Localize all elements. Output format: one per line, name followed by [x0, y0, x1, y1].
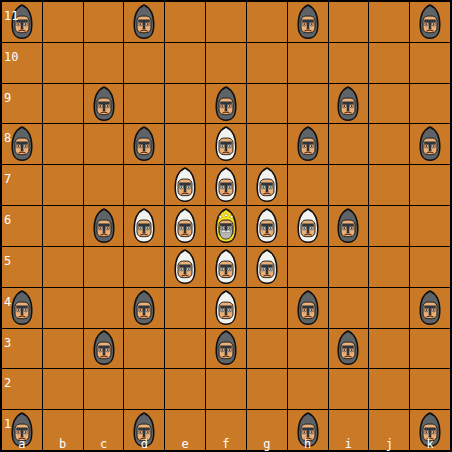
square-c3[interactable] — [84, 329, 124, 369]
attacker-piece[interactable] — [413, 124, 447, 163]
square-e4[interactable] — [165, 288, 205, 328]
square-j8[interactable] — [369, 124, 409, 164]
square-h2[interactable] — [288, 369, 328, 409]
square-d9[interactable] — [124, 84, 164, 124]
square-k3[interactable] — [410, 329, 450, 369]
rank-label-3: 3 — [4, 337, 11, 349]
square-h8[interactable] — [288, 124, 328, 164]
square-e1[interactable]: e — [165, 410, 205, 450]
square-j4[interactable] — [369, 288, 409, 328]
file-label-c: c — [100, 438, 107, 450]
square-j11[interactable] — [369, 2, 409, 42]
square-j7[interactable] — [369, 165, 409, 205]
attacker-piece[interactable] — [413, 2, 447, 41]
attacker-piece[interactable] — [331, 206, 365, 245]
square-d8[interactable] — [124, 124, 164, 164]
defender-piece[interactable] — [209, 124, 243, 163]
square-a7[interactable]: 7 — [2, 165, 42, 205]
square-c5[interactable] — [84, 247, 124, 287]
attacker-piece[interactable] — [87, 329, 121, 368]
square-f7[interactable] — [206, 165, 246, 205]
square-g11[interactable] — [247, 2, 287, 42]
square-k2[interactable] — [410, 369, 450, 409]
defender-piece[interactable] — [168, 247, 202, 286]
square-k5[interactable] — [410, 247, 450, 287]
square-a5[interactable]: 5 — [2, 247, 42, 287]
square-i4[interactable] — [329, 288, 369, 328]
square-i10[interactable] — [329, 43, 369, 83]
king-piece[interactable] — [209, 206, 243, 245]
attacker-piece[interactable] — [331, 329, 365, 368]
square-d2[interactable] — [124, 369, 164, 409]
square-a11[interactable]: 11 — [2, 2, 42, 42]
square-g1[interactable]: g — [247, 410, 287, 450]
square-g5[interactable] — [247, 247, 287, 287]
square-g2[interactable] — [247, 369, 287, 409]
attacker-piece[interactable] — [127, 124, 161, 163]
square-b7[interactable] — [43, 165, 83, 205]
attacker-piece[interactable] — [87, 206, 121, 245]
square-h1[interactable]: h — [288, 410, 328, 450]
square-h4[interactable] — [288, 288, 328, 328]
square-b10[interactable] — [43, 43, 83, 83]
defender-piece[interactable] — [250, 247, 284, 286]
square-b8[interactable] — [43, 124, 83, 164]
square-j5[interactable] — [369, 247, 409, 287]
attacker-piece[interactable] — [5, 410, 39, 449]
square-j9[interactable] — [369, 84, 409, 124]
square-h5[interactable] — [288, 247, 328, 287]
square-k9[interactable] — [410, 84, 450, 124]
square-c6[interactable] — [84, 206, 124, 246]
file-label-b: b — [59, 438, 66, 450]
attacker-piece[interactable] — [291, 410, 325, 449]
defender-piece[interactable] — [127, 206, 161, 245]
attacker-piece[interactable] — [413, 288, 447, 327]
square-e5[interactable] — [165, 247, 205, 287]
square-d11[interactable] — [124, 2, 164, 42]
square-j10[interactable] — [369, 43, 409, 83]
square-f3[interactable] — [206, 329, 246, 369]
square-i9[interactable] — [329, 84, 369, 124]
square-d5[interactable] — [124, 247, 164, 287]
attacker-piece[interactable] — [331, 84, 365, 123]
square-a10[interactable]: 10 — [2, 43, 42, 83]
square-h10[interactable] — [288, 43, 328, 83]
square-k4[interactable] — [410, 288, 450, 328]
square-i8[interactable] — [329, 124, 369, 164]
square-f2[interactable] — [206, 369, 246, 409]
square-g4[interactable] — [247, 288, 287, 328]
file-label-g: g — [263, 438, 270, 450]
square-a1[interactable]: 1a — [2, 410, 42, 450]
square-f10[interactable] — [206, 43, 246, 83]
square-j6[interactable] — [369, 206, 409, 246]
attacker-piece[interactable] — [5, 2, 39, 41]
rank-label-2: 2 — [4, 377, 11, 389]
square-f8[interactable] — [206, 124, 246, 164]
square-f6[interactable] — [206, 206, 246, 246]
square-d7[interactable] — [124, 165, 164, 205]
square-e11[interactable] — [165, 2, 205, 42]
square-j3[interactable] — [369, 329, 409, 369]
square-k7[interactable] — [410, 165, 450, 205]
attacker-piece[interactable] — [291, 124, 325, 163]
file-label-j: j — [386, 438, 393, 450]
square-d4[interactable] — [124, 288, 164, 328]
defender-piece[interactable] — [168, 206, 202, 245]
attacker-piece[interactable] — [127, 288, 161, 327]
square-i6[interactable] — [329, 206, 369, 246]
square-c11[interactable] — [84, 2, 124, 42]
file-label-f: f — [222, 438, 229, 450]
square-k11[interactable] — [410, 2, 450, 42]
square-b11[interactable] — [43, 2, 83, 42]
square-c10[interactable] — [84, 43, 124, 83]
square-h6[interactable] — [288, 206, 328, 246]
square-g3[interactable] — [247, 329, 287, 369]
square-e8[interactable] — [165, 124, 205, 164]
square-a3[interactable]: 3 — [2, 329, 42, 369]
attacker-piece[interactable] — [127, 410, 161, 449]
defender-piece[interactable] — [291, 206, 325, 245]
rank-label-6: 6 — [4, 214, 11, 226]
square-i2[interactable] — [329, 369, 369, 409]
square-j1[interactable]: j — [369, 410, 409, 450]
square-k6[interactable] — [410, 206, 450, 246]
square-b4[interactable] — [43, 288, 83, 328]
square-e10[interactable] — [165, 43, 205, 83]
square-d6[interactable] — [124, 206, 164, 246]
square-e2[interactable] — [165, 369, 205, 409]
rank-label-5: 5 — [4, 255, 11, 267]
square-g9[interactable] — [247, 84, 287, 124]
square-h7[interactable] — [288, 165, 328, 205]
square-f9[interactable] — [206, 84, 246, 124]
attacker-piece[interactable] — [87, 84, 121, 123]
hnefatafl-board: 1110987654321abcdefghijk — [0, 0, 452, 452]
attacker-piece[interactable] — [209, 329, 243, 368]
attacker-piece[interactable] — [5, 288, 39, 327]
defender-piece[interactable] — [209, 165, 243, 204]
square-e9[interactable] — [165, 84, 205, 124]
defender-piece[interactable] — [209, 247, 243, 286]
square-k8[interactable] — [410, 124, 450, 164]
square-e3[interactable] — [165, 329, 205, 369]
square-i1[interactable]: i — [329, 410, 369, 450]
defender-piece[interactable] — [168, 165, 202, 204]
attacker-piece[interactable] — [413, 410, 447, 449]
square-c4[interactable] — [84, 288, 124, 328]
square-e7[interactable] — [165, 165, 205, 205]
file-label-i: i — [345, 438, 352, 450]
square-c7[interactable] — [84, 165, 124, 205]
rank-label-10: 10 — [4, 51, 18, 63]
square-g10[interactable] — [247, 43, 287, 83]
square-i11[interactable] — [329, 2, 369, 42]
square-a4[interactable]: 4 — [2, 288, 42, 328]
attacker-piece[interactable] — [209, 84, 243, 123]
square-h9[interactable] — [288, 84, 328, 124]
defender-piece[interactable] — [209, 288, 243, 327]
square-a6[interactable]: 6 — [2, 206, 42, 246]
square-k10[interactable] — [410, 43, 450, 83]
square-g6[interactable] — [247, 206, 287, 246]
square-i7[interactable] — [329, 165, 369, 205]
square-i5[interactable] — [329, 247, 369, 287]
attacker-piece[interactable] — [127, 2, 161, 41]
defender-piece[interactable] — [250, 165, 284, 204]
square-g8[interactable] — [247, 124, 287, 164]
square-d3[interactable] — [124, 329, 164, 369]
square-b1[interactable]: b — [43, 410, 83, 450]
square-h3[interactable] — [288, 329, 328, 369]
square-d10[interactable] — [124, 43, 164, 83]
square-c2[interactable] — [84, 369, 124, 409]
square-a9[interactable]: 9 — [2, 84, 42, 124]
square-h11[interactable] — [288, 2, 328, 42]
square-c8[interactable] — [84, 124, 124, 164]
square-j2[interactable] — [369, 369, 409, 409]
square-k1[interactable]: k — [410, 410, 450, 450]
square-a2[interactable]: 2 — [2, 369, 42, 409]
rank-label-7: 7 — [4, 173, 11, 185]
attacker-piece[interactable] — [5, 124, 39, 163]
square-f4[interactable] — [206, 288, 246, 328]
square-c1[interactable]: c — [84, 410, 124, 450]
square-f5[interactable] — [206, 247, 246, 287]
square-a8[interactable]: 8 — [2, 124, 42, 164]
defender-piece[interactable] — [250, 206, 284, 245]
square-b3[interactable] — [43, 329, 83, 369]
square-b9[interactable] — [43, 84, 83, 124]
attacker-piece[interactable] — [291, 288, 325, 327]
square-f1[interactable]: f — [206, 410, 246, 450]
square-b6[interactable] — [43, 206, 83, 246]
file-label-e: e — [182, 438, 189, 450]
square-g7[interactable] — [247, 165, 287, 205]
square-c9[interactable] — [84, 84, 124, 124]
square-e6[interactable] — [165, 206, 205, 246]
rank-label-9: 9 — [4, 92, 11, 104]
square-i3[interactable] — [329, 329, 369, 369]
square-f11[interactable] — [206, 2, 246, 42]
square-b5[interactable] — [43, 247, 83, 287]
square-d1[interactable]: d — [124, 410, 164, 450]
square-b2[interactable] — [43, 369, 83, 409]
attacker-piece[interactable] — [291, 2, 325, 41]
